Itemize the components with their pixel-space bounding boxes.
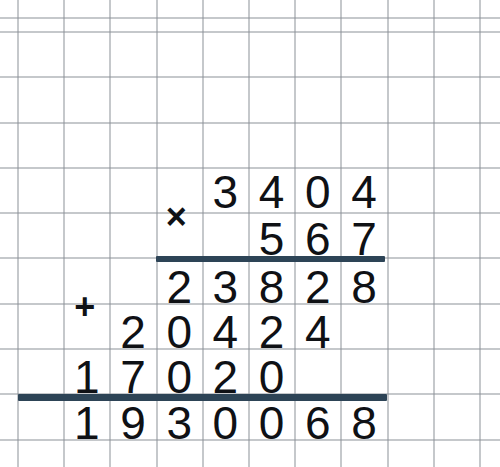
digit-cell: 2 [156,264,202,309]
worked-multiplication-board: 3404×56723828+20424170201930068 [0,0,500,467]
multiply-sign: × [153,195,199,240]
digit-cell: 4 [249,169,295,214]
digit-cell: 0 [156,309,202,354]
plus-sign: + [62,284,108,329]
digit-cell: 0 [249,400,295,445]
digit-cell: 2 [110,309,156,354]
digit-cell: 0 [202,400,248,445]
digit-cell: 2 [249,309,295,354]
digit-cell: 1 [64,400,110,445]
digit-cell: 2 [295,264,341,309]
digit-cell: 3 [202,169,248,214]
digit-cell: 3 [202,264,248,309]
sum-line [18,394,387,401]
multiplier-underline [156,256,385,262]
digit-cell: 4 [295,309,341,354]
squared-paper: 3404×56723828+20424170201930068 [0,0,500,467]
digit-cell: 8 [341,264,387,309]
digit-cell: 6 [295,400,341,445]
digit-cell: 8 [249,264,295,309]
digit-cell: 9 [110,400,156,445]
digit-cell: 0 [295,169,341,214]
digit-cell: 4 [341,169,387,214]
digit-cell: 3 [156,400,202,445]
digit-cell: 8 [341,400,387,445]
digit-cell: 4 [202,309,248,354]
